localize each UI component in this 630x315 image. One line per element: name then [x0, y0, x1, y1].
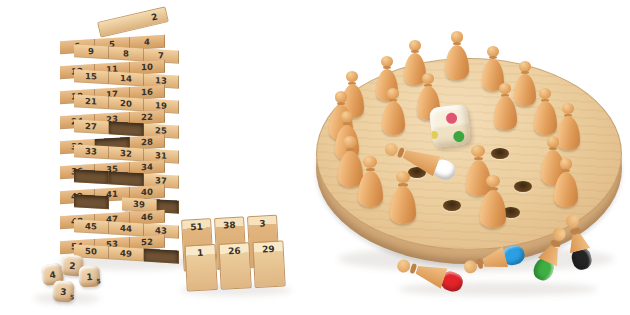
memory-peg: [534, 88, 557, 134]
peg-head: [471, 145, 485, 157]
peg-head: [335, 91, 348, 103]
peg-head: [560, 158, 573, 170]
memory-peg: [358, 156, 383, 206]
memory-peg: [480, 175, 506, 227]
peg-body: [445, 45, 469, 80]
die-red-dot: [446, 112, 458, 124]
memory-peg: [390, 171, 416, 223]
memory-peg: [494, 83, 517, 129]
memory-peg: [382, 88, 405, 134]
peg-head: [547, 136, 560, 148]
peg-body: [382, 101, 405, 135]
peg-head: [363, 156, 377, 168]
peg-head: [539, 88, 551, 99]
peg-body: [390, 186, 416, 224]
product-photo-scene: 2 65498712111015141318171621201924232227…: [0, 0, 630, 315]
peg-head: [487, 46, 499, 57]
color-die-cube: [429, 104, 472, 148]
peg-head: [381, 56, 393, 67]
peg-head: [409, 40, 421, 51]
memory-peg: [554, 158, 578, 206]
peg-head: [486, 175, 500, 187]
peg-head: [341, 111, 354, 123]
peg-head: [396, 171, 410, 183]
peg-body: [534, 101, 557, 135]
peg-body: [480, 190, 506, 228]
die-green-dot: [453, 130, 465, 142]
peg-head: [346, 71, 358, 82]
memory-chess-game: [0, 0, 630, 315]
peg-head: [343, 136, 357, 148]
peg-head: [451, 31, 464, 43]
board-hole: [491, 148, 509, 159]
memory-peg: [445, 31, 469, 79]
stick-neck-ring: [476, 258, 483, 269]
peg-head: [562, 103, 574, 114]
board-hole: [514, 181, 532, 192]
board-hole: [443, 200, 461, 211]
peg-body: [358, 171, 383, 208]
peg-head: [519, 61, 531, 72]
stick-head-knob: [565, 213, 581, 229]
peg-body: [554, 172, 578, 207]
peg-head: [499, 83, 511, 94]
peg-head: [422, 73, 434, 84]
peg-head: [387, 88, 399, 99]
peg-body: [494, 96, 517, 130]
